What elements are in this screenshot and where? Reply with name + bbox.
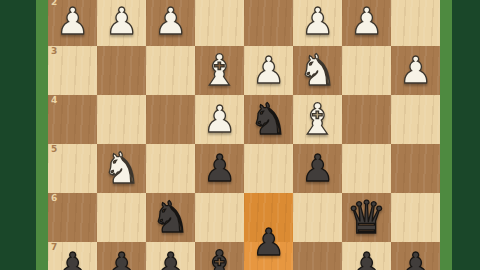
square-c5[interactable]: ♟: [293, 144, 342, 193]
square-f5[interactable]: [146, 144, 195, 193]
square-h5[interactable]: 5: [48, 144, 97, 193]
white-pawn[interactable]: ♟: [146, 0, 195, 46]
square-h6[interactable]: 6: [48, 193, 97, 242]
rank-label-5: 5: [51, 145, 57, 154]
black-knight[interactable]: ♞: [244, 95, 293, 144]
chess-board: 2♟♟♟♟♟3♝♟♞♟4♟♞♝5♞♟♟6♞♛7♟♟♟♝♟♟♟: [48, 0, 440, 270]
black-queen[interactable]: ♛: [342, 193, 391, 242]
rank-label-2: 2: [51, 0, 57, 7]
square-g3[interactable]: [97, 46, 146, 95]
square-c3[interactable]: ♞: [293, 46, 342, 95]
white-pawn[interactable]: ♟: [97, 0, 146, 46]
square-f4[interactable]: [146, 95, 195, 144]
square-b3[interactable]: [342, 46, 391, 95]
square-c2[interactable]: ♟: [293, 0, 342, 46]
white-bishop[interactable]: ♝: [293, 95, 342, 144]
white-bishop[interactable]: ♝: [195, 46, 244, 95]
rank-label-3: 3: [51, 47, 57, 56]
square-f3[interactable]: [146, 46, 195, 95]
black-pawn[interactable]: ♟: [97, 242, 146, 270]
square-f6[interactable]: ♞: [146, 193, 195, 242]
square-d3[interactable]: ♟: [244, 46, 293, 95]
square-a7[interactable]: ♟: [391, 242, 440, 270]
square-d2[interactable]: [244, 0, 293, 46]
white-pawn[interactable]: ♟: [244, 46, 293, 95]
square-d4[interactable]: ♞: [244, 95, 293, 144]
square-g4[interactable]: [97, 95, 146, 144]
square-g7[interactable]: ♟: [97, 242, 146, 270]
square-b5[interactable]: [342, 144, 391, 193]
square-c6[interactable]: [293, 193, 342, 242]
rank-label-4: 4: [51, 96, 57, 105]
square-b6[interactable]: ♛: [342, 193, 391, 242]
white-pawn[interactable]: ♟: [293, 0, 342, 46]
black-pawn[interactable]: ♟: [146, 242, 195, 270]
square-b4[interactable]: [342, 95, 391, 144]
square-g6[interactable]: [97, 193, 146, 242]
video-frame: 2♟♟♟♟♟3♝♟♞♟4♟♞♝5♞♟♟6♞♛7♟♟♟♝♟♟♟: [0, 0, 480, 270]
square-a2[interactable]: [391, 0, 440, 46]
square-g5[interactable]: ♞: [97, 144, 146, 193]
black-pawn[interactable]: ♟: [293, 144, 342, 193]
square-h3[interactable]: 3: [48, 46, 97, 95]
square-a4[interactable]: [391, 95, 440, 144]
square-a6[interactable]: [391, 193, 440, 242]
rank-label-7: 7: [51, 243, 57, 252]
square-e3[interactable]: ♝: [195, 46, 244, 95]
green-side-bar-right: [440, 0, 452, 270]
white-pawn[interactable]: ♟: [342, 0, 391, 46]
square-e4[interactable]: ♟: [195, 95, 244, 144]
white-pawn[interactable]: ♟: [391, 46, 440, 95]
square-e6[interactable]: [195, 193, 244, 242]
black-bishop[interactable]: ♝: [195, 242, 244, 270]
square-c4[interactable]: ♝: [293, 95, 342, 144]
square-b2[interactable]: ♟: [342, 0, 391, 46]
square-g2[interactable]: ♟: [97, 0, 146, 46]
square-f7[interactable]: ♟: [146, 242, 195, 270]
white-pawn[interactable]: ♟: [195, 95, 244, 144]
green-side-bar-left: [36, 0, 48, 270]
square-a3[interactable]: ♟: [391, 46, 440, 95]
square-d5[interactable]: [244, 144, 293, 193]
black-pawn[interactable]: ♟: [342, 242, 391, 270]
black-pawn[interactable]: ♟: [391, 242, 440, 270]
white-knight[interactable]: ♞: [293, 46, 342, 95]
square-h2[interactable]: 2♟: [48, 0, 97, 46]
square-f2[interactable]: ♟: [146, 0, 195, 46]
square-c7[interactable]: [293, 242, 342, 270]
square-e7[interactable]: ♝: [195, 242, 244, 270]
square-h4[interactable]: 4: [48, 95, 97, 144]
moving-piece-black-pawn[interactable]: ♟: [244, 218, 293, 267]
black-pawn[interactable]: ♟: [195, 144, 244, 193]
white-knight[interactable]: ♞: [97, 144, 146, 193]
square-h7[interactable]: 7♟: [48, 242, 97, 270]
rank-label-6: 6: [51, 194, 57, 203]
square-e2[interactable]: [195, 0, 244, 46]
square-a5[interactable]: [391, 144, 440, 193]
square-e5[interactable]: ♟: [195, 144, 244, 193]
square-b7[interactable]: ♟: [342, 242, 391, 270]
black-knight[interactable]: ♞: [146, 193, 195, 242]
